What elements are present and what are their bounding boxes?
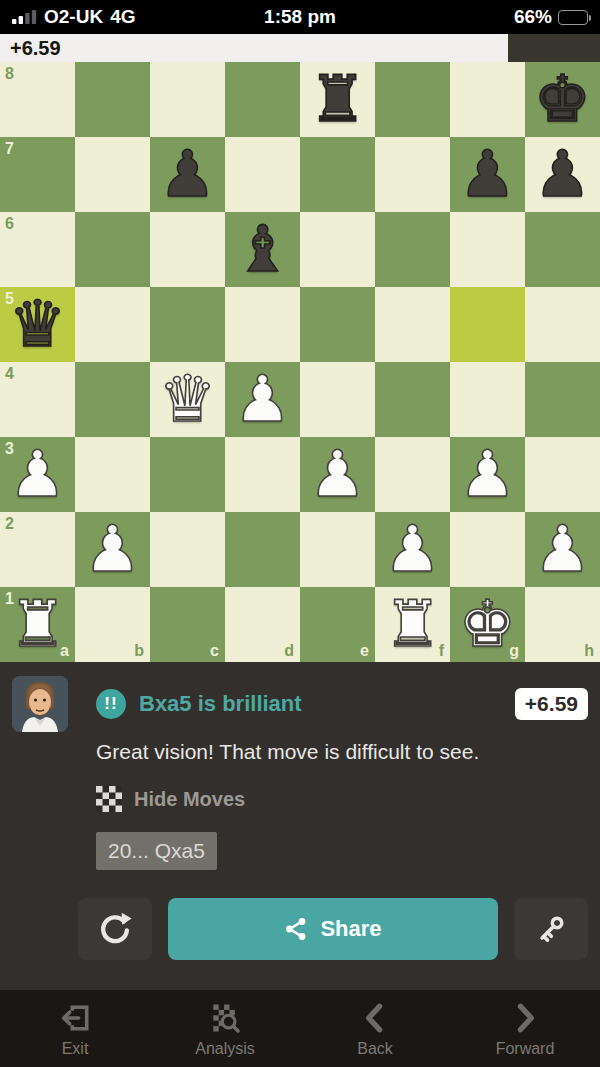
square-b4[interactable] bbox=[75, 362, 150, 437]
square-g3[interactable]: ♟ bbox=[450, 437, 525, 512]
square-b3[interactable] bbox=[75, 437, 150, 512]
square-h3[interactable] bbox=[525, 437, 600, 512]
square-a4[interactable]: 4 bbox=[0, 362, 75, 437]
square-d4[interactable]: ♟ bbox=[225, 362, 300, 437]
file-label-e: e bbox=[360, 643, 369, 659]
square-f8[interactable] bbox=[375, 62, 450, 137]
black-pawn-g7[interactable]: ♟ bbox=[450, 137, 525, 212]
square-c2[interactable] bbox=[150, 512, 225, 587]
square-h8[interactable]: ♚ bbox=[525, 62, 600, 137]
square-g2[interactable] bbox=[450, 512, 525, 587]
square-e7[interactable] bbox=[300, 137, 375, 212]
battery-icon bbox=[558, 10, 588, 25]
square-d7[interactable] bbox=[225, 137, 300, 212]
signal-bars-icon bbox=[12, 9, 37, 25]
square-g6[interactable] bbox=[450, 212, 525, 287]
square-b8[interactable] bbox=[75, 62, 150, 137]
square-a2[interactable]: 2 bbox=[0, 512, 75, 587]
hide-moves-label: Hide Moves bbox=[134, 788, 245, 811]
square-h7[interactable]: ♟ bbox=[525, 137, 600, 212]
square-c6[interactable] bbox=[150, 212, 225, 287]
black-queen-a5[interactable]: ♛ bbox=[0, 287, 75, 362]
square-e4[interactable] bbox=[300, 362, 375, 437]
black-rook-e8[interactable]: ♜ bbox=[300, 62, 375, 137]
avatar[interactable] bbox=[12, 676, 68, 732]
square-a3[interactable]: 3♟ bbox=[0, 437, 75, 512]
square-f4[interactable] bbox=[375, 362, 450, 437]
chevron-left-icon bbox=[357, 1000, 393, 1036]
brilliant-icon: !! bbox=[96, 689, 126, 719]
square-h1[interactable]: h bbox=[525, 587, 600, 662]
exit-icon bbox=[57, 1000, 93, 1036]
chess-board[interactable]: 8♜♚7♟♟♟6♝5♛4♛♟3♟♟♟2♟♟♟1a♜bcdef♜g♚h bbox=[0, 62, 600, 662]
square-a8[interactable]: 8 bbox=[0, 62, 75, 137]
square-d2[interactable] bbox=[225, 512, 300, 587]
file-label-b: b bbox=[134, 643, 144, 659]
square-g5[interactable] bbox=[450, 287, 525, 362]
white-pawn-h2[interactable]: ♟ bbox=[525, 512, 600, 587]
feedback-panel: !! Bxa5 is brilliant +6.59 Great vision!… bbox=[0, 662, 600, 990]
evaluation-bar: +6.59 bbox=[0, 34, 600, 62]
square-d3[interactable] bbox=[225, 437, 300, 512]
square-a1[interactable]: 1a♜ bbox=[0, 587, 75, 662]
square-d6[interactable]: ♝ bbox=[225, 212, 300, 287]
square-e1[interactable]: e bbox=[300, 587, 375, 662]
square-d1[interactable]: d bbox=[225, 587, 300, 662]
share-icon bbox=[284, 917, 308, 941]
square-b1[interactable]: b bbox=[75, 587, 150, 662]
white-pawn-e3[interactable]: ♟ bbox=[300, 437, 375, 512]
rank-label-6: 6 bbox=[5, 216, 14, 232]
rank-label-7: 7 bbox=[5, 141, 14, 157]
square-f3[interactable] bbox=[375, 437, 450, 512]
square-a5[interactable]: 5♛ bbox=[0, 287, 75, 362]
retry-button[interactable] bbox=[78, 898, 152, 960]
file-label-d: d bbox=[284, 643, 294, 659]
carrier-label: O2-UK bbox=[44, 6, 103, 28]
status-bar: O2-UK 4G 1:58 pm 66% bbox=[0, 0, 600, 34]
square-c1[interactable]: c bbox=[150, 587, 225, 662]
rank-label-8: 8 bbox=[5, 66, 14, 82]
square-d8[interactable] bbox=[225, 62, 300, 137]
white-pawn-b2[interactable]: ♟ bbox=[75, 512, 150, 587]
hide-moves-toggle[interactable]: Hide Moves bbox=[96, 786, 588, 812]
nav-analysis[interactable]: Analysis bbox=[150, 990, 300, 1067]
refresh-icon bbox=[96, 910, 134, 948]
square-c5[interactable] bbox=[150, 287, 225, 362]
white-pawn-d4[interactable]: ♟ bbox=[225, 362, 300, 437]
square-c8[interactable] bbox=[150, 62, 225, 137]
nav-exit-label: Exit bbox=[62, 1040, 89, 1058]
square-g8[interactable] bbox=[450, 62, 525, 137]
square-f2[interactable]: ♟ bbox=[375, 512, 450, 587]
mini-board-icon bbox=[96, 786, 122, 812]
square-d5[interactable] bbox=[225, 287, 300, 362]
white-pawn-a3[interactable]: ♟ bbox=[0, 437, 75, 512]
square-e8[interactable]: ♜ bbox=[300, 62, 375, 137]
square-c4[interactable]: ♛ bbox=[150, 362, 225, 437]
evaluation-value: +6.59 bbox=[0, 37, 61, 60]
move-chip[interactable]: 20... Qxa5 bbox=[96, 832, 217, 870]
analysis-icon bbox=[207, 1000, 243, 1036]
clock: 1:58 pm bbox=[264, 6, 336, 28]
square-b2[interactable]: ♟ bbox=[75, 512, 150, 587]
actions-row: Share bbox=[78, 898, 588, 960]
move-classification-row: !! Bxa5 is brilliant +6.59 bbox=[96, 688, 588, 720]
white-pawn-g3[interactable]: ♟ bbox=[450, 437, 525, 512]
white-queen-c4[interactable]: ♛ bbox=[150, 362, 225, 437]
nav-forward[interactable]: Forward bbox=[450, 990, 600, 1067]
square-b7[interactable] bbox=[75, 137, 150, 212]
coach-message: Great vision! That move is difficult to … bbox=[96, 740, 588, 764]
nav-back[interactable]: Back bbox=[300, 990, 450, 1067]
square-f6[interactable] bbox=[375, 212, 450, 287]
move-classification-title: Bxa5 is brilliant bbox=[139, 691, 302, 717]
square-h5[interactable] bbox=[525, 287, 600, 362]
battery-percent: 66% bbox=[514, 6, 552, 28]
chevron-right-icon bbox=[507, 1000, 543, 1036]
square-e2[interactable] bbox=[300, 512, 375, 587]
white-rook-f1[interactable]: ♜ bbox=[375, 587, 450, 662]
file-label-h: h bbox=[584, 643, 594, 659]
white-pawn-f2[interactable]: ♟ bbox=[375, 512, 450, 587]
key-button[interactable] bbox=[514, 898, 588, 960]
square-b6[interactable] bbox=[75, 212, 150, 287]
square-g1[interactable]: g♚ bbox=[450, 587, 525, 662]
square-e6[interactable] bbox=[300, 212, 375, 287]
rank-label-4: 4 bbox=[5, 366, 14, 382]
black-bishop-d6[interactable]: ♝ bbox=[225, 212, 300, 287]
square-e5[interactable] bbox=[300, 287, 375, 362]
square-f1[interactable]: f♜ bbox=[375, 587, 450, 662]
black-pawn-c7[interactable]: ♟ bbox=[150, 137, 225, 212]
square-c3[interactable] bbox=[150, 437, 225, 512]
key-icon bbox=[533, 911, 569, 947]
black-pawn-h7[interactable]: ♟ bbox=[525, 137, 600, 212]
nav-back-label: Back bbox=[357, 1040, 393, 1058]
black-king-h8[interactable]: ♚ bbox=[525, 62, 600, 137]
eval-badge: +6.59 bbox=[515, 688, 588, 720]
square-a7[interactable]: 7 bbox=[0, 137, 75, 212]
evaluation-white-portion: +6.59 bbox=[0, 34, 508, 62]
nav-exit[interactable]: Exit bbox=[0, 990, 150, 1067]
nav-analysis-label: Analysis bbox=[195, 1040, 255, 1058]
network-label: 4G bbox=[110, 6, 135, 28]
rank-label-2: 2 bbox=[5, 516, 14, 532]
file-label-c: c bbox=[210, 643, 219, 659]
square-h6[interactable] bbox=[525, 212, 600, 287]
square-g4[interactable] bbox=[450, 362, 525, 437]
square-h2[interactable]: ♟ bbox=[525, 512, 600, 587]
square-f7[interactable] bbox=[375, 137, 450, 212]
square-g7[interactable]: ♟ bbox=[450, 137, 525, 212]
square-c7[interactable]: ♟ bbox=[150, 137, 225, 212]
white-king-g1[interactable]: ♚ bbox=[450, 587, 525, 662]
square-b5[interactable] bbox=[75, 287, 150, 362]
white-rook-a1[interactable]: ♜ bbox=[0, 587, 75, 662]
share-button[interactable]: Share bbox=[168, 898, 498, 960]
square-h4[interactable] bbox=[525, 362, 600, 437]
square-f5[interactable] bbox=[375, 287, 450, 362]
square-e3[interactable]: ♟ bbox=[300, 437, 375, 512]
nav-forward-label: Forward bbox=[496, 1040, 555, 1058]
bottom-nav: Exit Analysis Back bbox=[0, 990, 600, 1067]
square-a6[interactable]: 6 bbox=[0, 212, 75, 287]
share-label: Share bbox=[320, 916, 381, 942]
